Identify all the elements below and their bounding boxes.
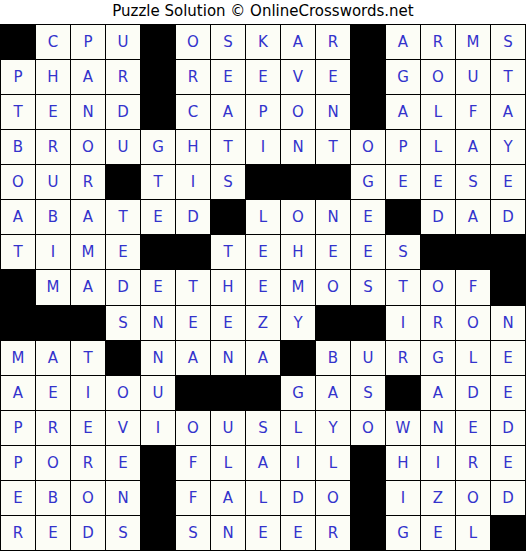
cell-r14c10[interactable]: O	[316, 481, 350, 515]
cell-r7c7[interactable]: T	[211, 235, 245, 269]
cell-r7c10[interactable]: E	[316, 235, 350, 269]
cell-r9c9[interactable]: Y	[281, 306, 315, 340]
cell-r15c2[interactable]: E	[36, 516, 70, 550]
cell-r6c15[interactable]: D	[491, 200, 525, 234]
black-cell-r9c11	[351, 306, 385, 340]
cell-r11c9[interactable]: G	[281, 376, 315, 410]
black-cell-r7c14	[456, 235, 490, 269]
cell-r3c14[interactable]: F	[456, 95, 490, 129]
cell-r10c6[interactable]: A	[176, 341, 210, 375]
cell-r3c4[interactable]: D	[106, 95, 140, 129]
cell-r13c15[interactable]: E	[491, 446, 525, 480]
cell-r13c4[interactable]: E	[106, 446, 140, 480]
cell-r12c11[interactable]: O	[351, 411, 385, 445]
cell-r4c12[interactable]: P	[386, 130, 420, 164]
cell-r4c1[interactable]: B	[1, 130, 35, 164]
black-cell-r15c11	[351, 516, 385, 550]
cell-r11c10[interactable]: A	[316, 376, 350, 410]
black-cell-r1c11	[351, 25, 385, 59]
black-cell-r15c15	[491, 516, 525, 550]
cell-r1c3[interactable]: P	[71, 25, 105, 59]
black-cell-r5c9	[281, 165, 315, 199]
cell-r7c12[interactable]: S	[386, 235, 420, 269]
cell-r2c14[interactable]: U	[456, 60, 490, 94]
cell-r6c2[interactable]: B	[36, 200, 70, 234]
cell-r5c14[interactable]: S	[456, 165, 490, 199]
cell-r13c8[interactable]: A	[246, 446, 280, 480]
cell-r8c13[interactable]: O	[421, 270, 455, 304]
cell-r5c12[interactable]: E	[386, 165, 420, 199]
cell-r4c2[interactable]: R	[36, 130, 70, 164]
cell-r14c6[interactable]: F	[176, 481, 210, 515]
cell-r5c5[interactable]: T	[141, 165, 175, 199]
cell-r1c13[interactable]: R	[421, 25, 455, 59]
cell-r3c12[interactable]: A	[386, 95, 420, 129]
cell-r10c14[interactable]: L	[456, 341, 490, 375]
black-cell-r15c5	[141, 516, 175, 550]
black-cell-r7c5	[141, 235, 175, 269]
cell-r12c4[interactable]: V	[106, 411, 140, 445]
cell-r2c10[interactable]: E	[316, 60, 350, 94]
cell-r5c7[interactable]: S	[211, 165, 245, 199]
cell-r7c1[interactable]: T	[1, 235, 35, 269]
cell-r13c3[interactable]: R	[71, 446, 105, 480]
cell-r2c6[interactable]: R	[176, 60, 210, 94]
cell-r9c12[interactable]: I	[386, 306, 420, 340]
black-cell-r7c13	[421, 235, 455, 269]
cell-r10c12[interactable]: R	[386, 341, 420, 375]
cell-r15c4[interactable]: S	[106, 516, 140, 550]
cell-r12c8[interactable]: S	[246, 411, 280, 445]
cell-r11c15[interactable]: E	[491, 376, 525, 410]
cell-r1c10[interactable]: R	[316, 25, 350, 59]
cell-r6c5[interactable]: E	[141, 200, 175, 234]
black-cell-r8c15	[491, 270, 525, 304]
cell-r4c9[interactable]: N	[281, 130, 315, 164]
black-cell-r11c7	[211, 376, 245, 410]
cell-r12c14[interactable]: E	[456, 411, 490, 445]
cell-r13c13[interactable]: I	[421, 446, 455, 480]
cell-r14c13[interactable]: Z	[421, 481, 455, 515]
cell-r9c6[interactable]: E	[176, 306, 210, 340]
cell-r8c2[interactable]: M	[36, 270, 70, 304]
cell-r14c15[interactable]: D	[491, 481, 525, 515]
cell-r15c10[interactable]: R	[316, 516, 350, 550]
black-cell-r5c8	[246, 165, 280, 199]
cell-r13c2[interactable]: O	[36, 446, 70, 480]
cell-r6c8[interactable]: L	[246, 200, 280, 234]
cell-r10c3[interactable]: T	[71, 341, 105, 375]
cell-r3c6[interactable]: C	[176, 95, 210, 129]
cell-r14c9[interactable]: D	[281, 481, 315, 515]
cell-r1c15[interactable]: S	[491, 25, 525, 59]
cell-r2c1[interactable]: P	[1, 60, 35, 94]
cell-r6c9[interactable]: O	[281, 200, 315, 234]
cell-r9c7[interactable]: E	[211, 306, 245, 340]
cell-r4c5[interactable]: G	[141, 130, 175, 164]
cell-r13c10[interactable]: L	[316, 446, 350, 480]
cell-r14c14[interactable]: O	[456, 481, 490, 515]
cell-r7c11[interactable]: E	[351, 235, 385, 269]
cell-r12c6[interactable]: O	[176, 411, 210, 445]
cell-r12c10[interactable]: Y	[316, 411, 350, 445]
cell-r2c13[interactable]: O	[421, 60, 455, 94]
cell-r6c14[interactable]: A	[456, 200, 490, 234]
cell-r13c14[interactable]: R	[456, 446, 490, 480]
crossword-solution-page: Puzzle Solution © OnlineCrosswords.net C…	[0, 0, 526, 551]
cell-r12c13[interactable]: N	[421, 411, 455, 445]
cell-r2c2[interactable]: H	[36, 60, 70, 94]
black-cell-r7c6	[176, 235, 210, 269]
cell-r11c4[interactable]: O	[106, 376, 140, 410]
cell-r3c9[interactable]: O	[281, 95, 315, 129]
cell-r15c8[interactable]: E	[246, 516, 280, 550]
cell-r6c3[interactable]: A	[71, 200, 105, 234]
cell-r2c15[interactable]: T	[491, 60, 525, 94]
cell-r11c2[interactable]: E	[36, 376, 70, 410]
cell-r14c3[interactable]: O	[71, 481, 105, 515]
cell-r12c1[interactable]: P	[1, 411, 35, 445]
cell-r15c12[interactable]: G	[386, 516, 420, 550]
cell-r3c2[interactable]: E	[36, 95, 70, 129]
cell-r15c14[interactable]: L	[456, 516, 490, 550]
cell-r10c7[interactable]: N	[211, 341, 245, 375]
black-cell-r9c3	[71, 306, 105, 340]
cell-r10c11[interactable]: U	[351, 341, 385, 375]
cell-r6c6[interactable]: D	[176, 200, 210, 234]
cell-r3c10[interactable]: N	[316, 95, 350, 129]
cell-r1c6[interactable]: O	[176, 25, 210, 59]
cell-r14c7[interactable]: A	[211, 481, 245, 515]
cell-r1c8[interactable]: K	[246, 25, 280, 59]
cell-r1c9[interactable]: A	[281, 25, 315, 59]
cell-r7c2[interactable]: I	[36, 235, 70, 269]
cell-r9c13[interactable]: R	[421, 306, 455, 340]
cell-r14c8[interactable]: L	[246, 481, 280, 515]
cell-r10c5[interactable]: N	[141, 341, 175, 375]
black-cell-r9c2	[36, 306, 70, 340]
cell-r9c4[interactable]: S	[106, 306, 140, 340]
cell-r4c3[interactable]: O	[71, 130, 105, 164]
cell-r12c15[interactable]: D	[491, 411, 525, 445]
cell-r1c4[interactable]: U	[106, 25, 140, 59]
cell-r15c1[interactable]: R	[1, 516, 35, 550]
cell-r2c8[interactable]: E	[246, 60, 280, 94]
cell-r5c6[interactable]: I	[176, 165, 210, 199]
cell-r3c3[interactable]: N	[71, 95, 105, 129]
cell-r13c12[interactable]: H	[386, 446, 420, 480]
cell-r1c7[interactable]: S	[211, 25, 245, 59]
cell-r8c10[interactable]: O	[316, 270, 350, 304]
black-cell-r10c9	[281, 341, 315, 375]
cell-r9c5[interactable]: N	[141, 306, 175, 340]
cell-r10c10[interactable]: B	[316, 341, 350, 375]
cell-r4c13[interactable]: L	[421, 130, 455, 164]
cell-r13c1[interactable]: P	[1, 446, 35, 480]
cell-r14c2[interactable]: B	[36, 481, 70, 515]
black-cell-r9c10	[316, 306, 350, 340]
black-cell-r5c4	[106, 165, 140, 199]
crossword-grid: CPUOSKARARMSPHARREEVEGOUTTENDCAPONALFABR…	[0, 24, 526, 551]
cell-r14c4[interactable]: N	[106, 481, 140, 515]
cell-r9c15[interactable]: N	[491, 306, 525, 340]
cell-r12c12[interactable]: W	[386, 411, 420, 445]
cell-r15c13[interactable]: E	[421, 516, 455, 550]
cell-r5c3[interactable]: R	[71, 165, 105, 199]
cell-r4c4[interactable]: U	[106, 130, 140, 164]
cell-r11c11[interactable]: S	[351, 376, 385, 410]
cell-r6c10[interactable]: N	[316, 200, 350, 234]
cell-r8c5[interactable]: E	[141, 270, 175, 304]
cell-r10c8[interactable]: A	[246, 341, 280, 375]
black-cell-r11c6	[176, 376, 210, 410]
black-cell-r2c5	[141, 60, 175, 94]
cell-r1c14[interactable]: M	[456, 25, 490, 59]
cell-r4c7[interactable]: T	[211, 130, 245, 164]
cell-r1c2[interactable]: C	[36, 25, 70, 59]
cell-r2c12[interactable]: G	[386, 60, 420, 94]
cell-r15c3[interactable]: D	[71, 516, 105, 550]
cell-r13c9[interactable]: I	[281, 446, 315, 480]
cell-r12c5[interactable]: I	[141, 411, 175, 445]
cell-r14c1[interactable]: E	[1, 481, 35, 515]
black-cell-r8c1	[1, 270, 35, 304]
black-cell-r13c5	[141, 446, 175, 480]
black-cell-r14c5	[141, 481, 175, 515]
cell-r2c3[interactable]: A	[71, 60, 105, 94]
cell-r5c1[interactable]: O	[1, 165, 35, 199]
black-cell-r6c7	[211, 200, 245, 234]
cell-r14c12[interactable]: I	[386, 481, 420, 515]
cell-r1c12[interactable]: A	[386, 25, 420, 59]
cell-r2c4[interactable]: R	[106, 60, 140, 94]
cell-r5c13[interactable]: E	[421, 165, 455, 199]
cell-r13c6[interactable]: F	[176, 446, 210, 480]
cell-r11c3[interactable]: I	[71, 376, 105, 410]
cell-r10c15[interactable]: E	[491, 341, 525, 375]
cell-r7c4[interactable]: E	[106, 235, 140, 269]
cell-r3c1[interactable]: T	[1, 95, 35, 129]
cell-r12c2[interactable]: R	[36, 411, 70, 445]
cell-r10c13[interactable]: G	[421, 341, 455, 375]
black-cell-r3c5	[141, 95, 175, 129]
cell-r12c3[interactable]: E	[71, 411, 105, 445]
black-cell-r5c10	[316, 165, 350, 199]
cell-r7c3[interactable]: M	[71, 235, 105, 269]
cell-r8c12[interactable]: T	[386, 270, 420, 304]
cell-r8c8[interactable]: E	[246, 270, 280, 304]
cell-r9c14[interactable]: O	[456, 306, 490, 340]
cell-r5c2[interactable]: U	[36, 165, 70, 199]
cell-r7c8[interactable]: E	[246, 235, 280, 269]
cell-r2c9[interactable]: V	[281, 60, 315, 94]
cell-r11c5[interactable]: U	[141, 376, 175, 410]
black-cell-r11c12	[386, 376, 420, 410]
cell-r15c6[interactable]: S	[176, 516, 210, 550]
cell-r3c15[interactable]: A	[491, 95, 525, 129]
black-cell-r13c11	[351, 446, 385, 480]
cell-r5c15[interactable]: E	[491, 165, 525, 199]
black-cell-r1c1	[1, 25, 35, 59]
cell-r8c4[interactable]: D	[106, 270, 140, 304]
cell-r8c11[interactable]: S	[351, 270, 385, 304]
cell-r12c9[interactable]: L	[281, 411, 315, 445]
cell-r8c6[interactable]: T	[176, 270, 210, 304]
cell-r4c15[interactable]: Y	[491, 130, 525, 164]
cell-r15c9[interactable]: E	[281, 516, 315, 550]
black-cell-r14c11	[351, 481, 385, 515]
cell-r8c14[interactable]: F	[456, 270, 490, 304]
cell-r3c7[interactable]: A	[211, 95, 245, 129]
black-cell-r6c12	[386, 200, 420, 234]
cell-r11c14[interactable]: D	[456, 376, 490, 410]
cell-r4c10[interactable]: T	[316, 130, 350, 164]
cell-r4c8[interactable]: I	[246, 130, 280, 164]
cell-r3c13[interactable]: L	[421, 95, 455, 129]
black-cell-r10c4	[106, 341, 140, 375]
cell-r8c9[interactable]: M	[281, 270, 315, 304]
cell-r13c7[interactable]: L	[211, 446, 245, 480]
cell-r6c11[interactable]: E	[351, 200, 385, 234]
cell-r4c11[interactable]: O	[351, 130, 385, 164]
black-cell-r1c5	[141, 25, 175, 59]
cell-r10c1[interactable]: M	[1, 341, 35, 375]
cell-r4c6[interactable]: H	[176, 130, 210, 164]
cell-r6c13[interactable]: D	[421, 200, 455, 234]
black-cell-r2c11	[351, 60, 385, 94]
cell-r8c3[interactable]: A	[71, 270, 105, 304]
cell-r10c2[interactable]: A	[36, 341, 70, 375]
cell-r6c1[interactable]: A	[1, 200, 35, 234]
cell-r7c9[interactable]: H	[281, 235, 315, 269]
cell-r12c7[interactable]: U	[211, 411, 245, 445]
cell-r2c7[interactable]: E	[211, 60, 245, 94]
cell-r4c14[interactable]: A	[456, 130, 490, 164]
cell-r15c7[interactable]: N	[211, 516, 245, 550]
cell-r3c8[interactable]: P	[246, 95, 280, 129]
black-cell-r11c8	[246, 376, 280, 410]
cell-r9c8[interactable]: Z	[246, 306, 280, 340]
cell-r5c11[interactable]: G	[351, 165, 385, 199]
puzzle-title: Puzzle Solution © OnlineCrosswords.net	[0, 0, 526, 24]
cell-r6c4[interactable]: T	[106, 200, 140, 234]
cell-r8c7[interactable]: H	[211, 270, 245, 304]
black-cell-r3c11	[351, 95, 385, 129]
black-cell-r7c15	[491, 235, 525, 269]
cell-r11c1[interactable]: A	[1, 376, 35, 410]
cell-r11c13[interactable]: A	[421, 376, 455, 410]
black-cell-r9c1	[1, 306, 35, 340]
